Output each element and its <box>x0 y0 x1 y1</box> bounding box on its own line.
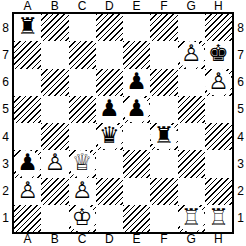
square-c8[interactable] <box>69 14 96 41</box>
square-g8[interactable] <box>178 14 205 41</box>
white-rook[interactable]: ♖ <box>208 206 229 229</box>
white-pawn[interactable]: ♙ <box>181 42 202 65</box>
rank-label-7: 7 <box>0 41 11 68</box>
square-d1[interactable] <box>96 205 123 232</box>
square-b6[interactable] <box>41 69 68 96</box>
square-c1[interactable]: ♔ <box>69 205 96 232</box>
square-d3[interactable] <box>96 150 123 177</box>
rank-label-2: 2 <box>235 178 246 205</box>
square-e3[interactable] <box>123 150 150 177</box>
file-label-b: B <box>41 0 68 12</box>
square-a1[interactable] <box>14 205 41 232</box>
square-d4[interactable]: ♛ <box>96 123 123 150</box>
square-b5[interactable] <box>41 96 68 123</box>
square-c7[interactable] <box>69 41 96 68</box>
square-h7[interactable]: ♚ <box>205 41 232 68</box>
black-rook[interactable]: ♜ <box>154 124 175 147</box>
square-a7[interactable] <box>14 41 41 68</box>
white-pawn[interactable]: ♙ <box>45 151 66 174</box>
square-a3[interactable]: ♟ <box>14 150 41 177</box>
square-d2[interactable] <box>96 178 123 205</box>
square-b1[interactable] <box>41 205 68 232</box>
square-g5[interactable] <box>178 96 205 123</box>
rank-label-1: 1 <box>0 205 11 232</box>
black-pawn[interactable]: ♟ <box>99 97 120 120</box>
square-g2[interactable] <box>178 178 205 205</box>
black-king[interactable]: ♚ <box>208 42 229 65</box>
square-a2[interactable]: ♙ <box>14 178 41 205</box>
square-b7[interactable] <box>41 41 68 68</box>
rank-label-8: 8 <box>235 14 246 41</box>
rank-label-3: 3 <box>235 150 246 177</box>
file-labels-bottom: ABCDEFGH <box>14 233 232 245</box>
square-d7[interactable] <box>96 41 123 68</box>
white-pawn[interactable]: ♙ <box>72 179 93 202</box>
rank-labels-left: 87654321 <box>0 14 11 232</box>
file-label-a: A <box>14 0 41 12</box>
rank-labels-right: 87654321 <box>235 14 246 232</box>
square-b8[interactable] <box>41 14 68 41</box>
square-c2[interactable]: ♙ <box>69 178 96 205</box>
square-e2[interactable] <box>123 178 150 205</box>
square-c4[interactable] <box>69 123 96 150</box>
black-pawn[interactable]: ♟ <box>126 70 147 93</box>
white-rook[interactable]: ♖ <box>181 206 202 229</box>
square-f8[interactable] <box>150 14 177 41</box>
rank-label-4: 4 <box>235 123 246 150</box>
black-pawn[interactable]: ♟ <box>126 97 147 120</box>
square-g7[interactable]: ♙ <box>178 41 205 68</box>
black-rook[interactable]: ♜ <box>17 15 38 38</box>
square-g4[interactable] <box>178 123 205 150</box>
rank-label-5: 5 <box>235 96 246 123</box>
white-king[interactable]: ♔ <box>72 206 93 229</box>
file-label-c: C <box>69 0 96 12</box>
rank-label-4: 4 <box>0 123 11 150</box>
square-c6[interactable] <box>69 69 96 96</box>
rank-label-2: 2 <box>0 178 11 205</box>
square-h6[interactable]: ♙ <box>205 69 232 96</box>
rank-label-1: 1 <box>235 205 246 232</box>
square-f4[interactable]: ♜ <box>150 123 177 150</box>
square-h3[interactable] <box>205 150 232 177</box>
square-e5[interactable]: ♟ <box>123 96 150 123</box>
rank-label-3: 3 <box>0 150 11 177</box>
square-b2[interactable] <box>41 178 68 205</box>
square-h5[interactable] <box>205 96 232 123</box>
file-label-a: A <box>14 233 41 245</box>
square-a5[interactable] <box>14 96 41 123</box>
square-a8[interactable]: ♜ <box>14 14 41 41</box>
square-f5[interactable] <box>150 96 177 123</box>
square-d6[interactable] <box>96 69 123 96</box>
square-h8[interactable] <box>205 14 232 41</box>
square-b3[interactable]: ♙ <box>41 150 68 177</box>
square-g3[interactable] <box>178 150 205 177</box>
file-label-h: H <box>205 233 232 245</box>
square-e4[interactable] <box>123 123 150 150</box>
file-label-d: D <box>96 0 123 12</box>
rank-label-7: 7 <box>235 41 246 68</box>
file-label-g: G <box>178 0 205 12</box>
square-e7[interactable] <box>123 41 150 68</box>
square-f1[interactable] <box>150 205 177 232</box>
square-e6[interactable]: ♟ <box>123 69 150 96</box>
rank-label-6: 6 <box>0 69 11 96</box>
square-c3[interactable]: ♕ <box>69 150 96 177</box>
file-label-c: C <box>69 233 96 245</box>
rank-label-8: 8 <box>0 14 11 41</box>
black-queen[interactable]: ♛ <box>99 124 120 147</box>
file-label-g: G <box>178 233 205 245</box>
square-g1[interactable]: ♖ <box>178 205 205 232</box>
file-label-h: H <box>205 0 232 12</box>
chess-diagram: ABCDEFGH ABCDEFGH 87654321 87654321 ♜♙♚♟… <box>0 0 246 246</box>
chess-board: ♜♙♚♟♙♟♟♛♜♟♙♕♙♙♔♖♖ <box>12 12 234 234</box>
square-f3[interactable] <box>150 150 177 177</box>
file-label-b: B <box>41 233 68 245</box>
file-label-e: E <box>123 0 150 12</box>
square-d8[interactable] <box>96 14 123 41</box>
white-pawn[interactable]: ♙ <box>208 70 229 93</box>
white-queen[interactable]: ♕ <box>72 151 93 174</box>
square-h4[interactable] <box>205 123 232 150</box>
square-a6[interactable] <box>14 69 41 96</box>
file-label-d: D <box>96 233 123 245</box>
file-label-e: E <box>123 233 150 245</box>
square-e1[interactable] <box>123 205 150 232</box>
file-label-f: F <box>150 233 177 245</box>
black-pawn[interactable]: ♟ <box>17 151 38 174</box>
square-d5[interactable]: ♟ <box>96 96 123 123</box>
white-pawn[interactable]: ♙ <box>17 179 38 202</box>
square-e8[interactable] <box>123 14 150 41</box>
square-h1[interactable]: ♖ <box>205 205 232 232</box>
square-a4[interactable] <box>14 123 41 150</box>
rank-label-5: 5 <box>0 96 11 123</box>
rank-label-6: 6 <box>235 69 246 96</box>
square-h2[interactable] <box>205 178 232 205</box>
square-b4[interactable] <box>41 123 68 150</box>
square-g6[interactable] <box>178 69 205 96</box>
square-c5[interactable] <box>69 96 96 123</box>
file-label-f: F <box>150 0 177 12</box>
square-f7[interactable] <box>150 41 177 68</box>
file-labels-top: ABCDEFGH <box>14 0 232 12</box>
square-f6[interactable] <box>150 69 177 96</box>
square-f2[interactable] <box>150 178 177 205</box>
